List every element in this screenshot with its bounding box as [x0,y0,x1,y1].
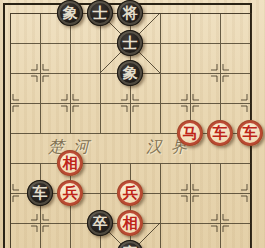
board-cell [191,164,221,194]
board-cell [71,104,101,134]
piece-glyph: 将 [123,3,138,22]
piece-black-soldier-d3[interactable]: 卒 [87,210,113,236]
board-cell [221,164,251,194]
piece-black-elephant-c10[interactable]: 象 [57,0,83,26]
board-cell [11,104,41,134]
board-cell [11,224,41,248]
piece-black-elephant-e8[interactable]: 象 [117,60,143,86]
piece-glyph: 兵 [63,183,78,202]
board-cell [191,14,221,44]
board-cell [41,74,71,104]
piece-red-elephant-e3[interactable]: 相 [117,210,143,236]
board-cell [161,164,191,194]
piece-red-chariot-h6[interactable]: 车 [207,120,233,146]
piece-glyph: 车 [243,123,258,142]
piece-red-soldier-e4[interactable]: 兵 [117,180,143,206]
board-cell [221,194,251,224]
board-cell [101,104,131,134]
board-cell [221,14,251,44]
piece-glyph: 车 [33,183,48,202]
piece-black-general-e10[interactable]: 将 [117,0,143,26]
board-cell [11,74,41,104]
piece-red-chariot-i6[interactable]: 车 [237,120,263,146]
piece-black-advisor-e9[interactable]: 士 [117,30,143,56]
piece-glyph: 象 [63,3,78,22]
board-cell [41,224,71,248]
board-cell [101,134,131,164]
board-cell [131,104,161,134]
piece-red-elephant-c5[interactable]: 相 [57,150,83,176]
piece-glyph: 卒 [93,213,108,232]
board-cell [71,44,101,74]
piece-red-horse-g6[interactable]: 马 [177,120,203,146]
piece-glyph: 相 [123,213,138,232]
board-cell [161,224,191,248]
board-cell [161,74,191,104]
board-cell [191,44,221,74]
board-cell [221,74,251,104]
piece-glyph: 士 [93,3,108,22]
piece-black-advisor-d10[interactable]: 士 [87,0,113,26]
piece-red-soldier-c4[interactable]: 兵 [57,180,83,206]
xiangqi-board[interactable]: 楚河 汉界 象士将士象马车车相车兵兵卒相卒 [0,0,265,248]
board-cell [11,134,41,164]
board-cell [191,74,221,104]
piece-glyph: 象 [123,63,138,82]
piece-black-chariot-b4[interactable]: 车 [27,180,53,206]
board-cell [11,14,41,44]
board-cell [11,44,41,74]
piece-glyph: 兵 [123,183,138,202]
piece-glyph: 卒 [123,243,138,248]
board-cell [41,104,71,134]
board-cell [161,14,191,44]
board-cell [41,44,71,74]
board-cell [161,194,191,224]
board-cell [191,224,221,248]
piece-glyph: 相 [63,153,78,172]
board-cell [161,44,191,74]
piece-glyph: 车 [213,123,228,142]
board-cell [71,74,101,104]
board-cell [221,224,251,248]
piece-glyph: 士 [123,33,138,52]
board-cell [221,44,251,74]
board-cell [191,194,221,224]
piece-glyph: 马 [183,123,198,142]
